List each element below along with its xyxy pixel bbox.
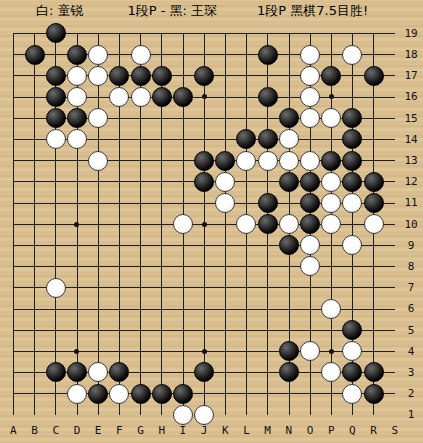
row-label-12: 12 (399, 171, 423, 192)
black-stone-H16 (152, 87, 172, 107)
row-label-13: 13 (399, 150, 423, 171)
row-label-10: 10 (399, 213, 423, 234)
black-stone-M18 (258, 45, 278, 65)
black-stone-N15 (279, 108, 299, 128)
star-point-P4 (329, 349, 334, 354)
black-stone-O10 (300, 214, 320, 234)
row-label-7: 7 (399, 277, 423, 298)
black-stone-H2 (152, 384, 172, 404)
white-stone-N13 (279, 151, 299, 171)
white-stone-D2 (67, 384, 87, 404)
black-stone-N4 (279, 341, 299, 361)
white-stone-D16 (67, 87, 87, 107)
white-stone-O13 (300, 151, 320, 171)
black-stone-P17 (321, 66, 341, 86)
black-stone-R3 (364, 362, 384, 382)
row-label-19: 19 (399, 23, 423, 44)
white-stone-Q2 (342, 384, 362, 404)
white-stone-Q18 (342, 45, 362, 65)
col-label-M: M (257, 423, 278, 439)
col-label-N: N (278, 423, 299, 439)
black-stone-J12 (194, 172, 214, 192)
white-stone-C7 (46, 278, 66, 298)
row-label-16: 16 (399, 86, 423, 107)
white-stone-F2 (109, 384, 129, 404)
star-point-J4 (202, 349, 207, 354)
col-label-C: C (45, 423, 66, 439)
col-label-G: G (130, 423, 151, 439)
col-label-L: L (236, 423, 257, 439)
col-label-D: D (66, 423, 87, 439)
row-label-6: 6 (399, 298, 423, 319)
black-stone-J13 (194, 151, 214, 171)
black-stone-G17 (131, 66, 151, 86)
black-stone-C16 (46, 87, 66, 107)
white-stone-E13 (88, 151, 108, 171)
black-stone-E2 (88, 384, 108, 404)
row-label-5: 5 (399, 319, 423, 340)
white-stone-I1 (173, 405, 193, 425)
column-coordinate-labels: ABCDEFGHIJKLMNOPQRS (3, 423, 406, 439)
black-stone-R12 (364, 172, 384, 192)
black-stone-M14 (258, 129, 278, 149)
black-stone-M10 (258, 214, 278, 234)
row-label-17: 17 (399, 65, 423, 86)
star-point-J10 (202, 222, 207, 227)
black-stone-D15 (67, 108, 87, 128)
white-stone-P6 (321, 299, 341, 319)
result-label: 1段P 黑棋7.5目胜! (257, 2, 368, 20)
black-stone-K13 (215, 151, 235, 171)
white-stone-P11 (321, 193, 341, 213)
white-stone-O16 (300, 87, 320, 107)
black-stone-C15 (46, 108, 66, 128)
row-label-11: 11 (399, 192, 423, 213)
col-label-E: E (88, 423, 109, 439)
row-label-3: 3 (399, 362, 423, 383)
black-stone-B18 (25, 45, 45, 65)
col-label-H: H (151, 423, 172, 439)
white-stone-K12 (215, 172, 235, 192)
black-stone-N12 (279, 172, 299, 192)
black-stone-R11 (364, 193, 384, 213)
white-stone-C14 (46, 129, 66, 149)
black-stone-F17 (109, 66, 129, 86)
white-stone-E18 (88, 45, 108, 65)
col-label-K: K (215, 423, 236, 439)
white-stone-N10 (279, 214, 299, 234)
row-label-8: 8 (399, 256, 423, 277)
go-board[interactable] (3, 23, 406, 426)
col-label-F: F (109, 423, 130, 439)
black-stone-N9 (279, 235, 299, 255)
black-stone-D18 (67, 45, 87, 65)
white-stone-G16 (131, 87, 151, 107)
white-stone-E17 (88, 66, 108, 86)
row-label-18: 18 (399, 44, 423, 65)
white-stone-R10 (364, 214, 384, 234)
black-stone-R2 (364, 384, 384, 404)
row-label-9: 9 (399, 235, 423, 256)
white-stone-I10 (173, 214, 193, 234)
black-stone-M16 (258, 87, 278, 107)
white-stone-O17 (300, 66, 320, 86)
black-stone-H17 (152, 66, 172, 86)
col-label-R: R (363, 423, 384, 439)
black-stone-G2 (131, 384, 151, 404)
white-stone-P12 (321, 172, 341, 192)
row-label-14: 14 (399, 129, 423, 150)
col-label-O: O (299, 423, 320, 439)
row-label-4: 4 (399, 341, 423, 362)
white-stone-L13 (236, 151, 256, 171)
row-label-15: 15 (399, 108, 423, 129)
black-stone-Q13 (342, 151, 362, 171)
black-stone-I16 (173, 87, 193, 107)
black-stone-J17 (194, 66, 214, 86)
white-stone-M13 (258, 151, 278, 171)
white-stone-D17 (67, 66, 87, 86)
col-label-Q: Q (342, 423, 363, 439)
black-stone-I2 (173, 384, 193, 404)
col-label-A: A (3, 423, 24, 439)
row-label-1: 1 (399, 404, 423, 425)
header-bar: 白: 童锐 1段P - 黑: 王琛 1段P 黑棋7.5目胜! (0, 0, 423, 22)
col-label-B: B (24, 423, 45, 439)
white-stone-O18 (300, 45, 320, 65)
col-label-P: P (321, 423, 342, 439)
row-coordinate-labels: 19181716151413121110987654321 (399, 23, 423, 426)
white-stone-G18 (131, 45, 151, 65)
col-label-I: I (172, 423, 193, 439)
black-stone-R17 (364, 66, 384, 86)
black-stone-Q12 (342, 172, 362, 192)
black-stone-O12 (300, 172, 320, 192)
black-stone-O11 (300, 193, 320, 213)
white-player-label: 白: 童锐 (36, 2, 84, 20)
players-label: 1段P - 黑: 王琛 (128, 2, 218, 20)
black-stone-C17 (46, 66, 66, 86)
black-stone-M11 (258, 193, 278, 213)
row-label-2: 2 (399, 383, 423, 404)
go-app-window: 白: 童锐 1段P - 黑: 王琛 1段P 黑棋7.5目胜! ABCDEFGHI… (0, 0, 423, 443)
col-label-J: J (193, 423, 214, 439)
white-stone-J1 (194, 405, 214, 425)
black-stone-P13 (321, 151, 341, 171)
